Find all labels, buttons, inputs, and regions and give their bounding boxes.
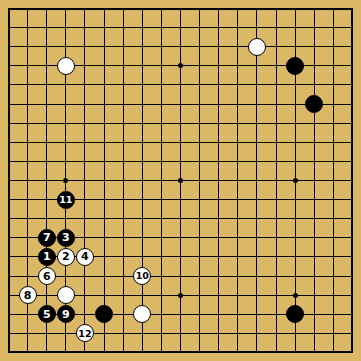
intersection-G16[interactable] (114, 56, 133, 75)
intersection-H16[interactable] (133, 56, 152, 75)
intersection-L1[interactable] (190, 343, 209, 361)
intersection-D8[interactable] (56, 209, 75, 228)
intersection-J2[interactable] (152, 324, 171, 343)
intersection-C5[interactable]: 6 (37, 266, 56, 285)
intersection-P17[interactable] (266, 37, 285, 56)
intersection-M4[interactable] (209, 286, 228, 305)
intersection-F13[interactable] (95, 114, 114, 133)
intersection-D12[interactable] (56, 133, 75, 152)
intersection-E14[interactable] (75, 95, 94, 114)
intersection-J13[interactable] (152, 114, 171, 133)
intersection-T17[interactable] (343, 37, 361, 56)
intersection-F15[interactable] (95, 75, 114, 94)
intersection-S3[interactable] (324, 305, 343, 324)
intersection-C6[interactable]: 1 (37, 247, 56, 266)
intersection-G6[interactable] (114, 247, 133, 266)
intersection-C16[interactable] (37, 56, 56, 75)
intersection-L16[interactable] (190, 56, 209, 75)
intersection-G15[interactable] (114, 75, 133, 94)
intersection-B1[interactable] (18, 343, 37, 361)
stone-white-C5-move-6[interactable]: 6 (38, 267, 56, 285)
intersection-A19[interactable] (0, 0, 18, 18)
intersection-H8[interactable] (133, 209, 152, 228)
intersection-R10[interactable] (305, 171, 324, 190)
stone-black-D7-move-3[interactable]: 3 (57, 229, 75, 247)
intersection-L10[interactable] (190, 171, 209, 190)
intersection-R5[interactable] (305, 266, 324, 285)
stone-white-H3[interactable] (133, 305, 151, 323)
intersection-H9[interactable] (133, 190, 152, 209)
intersection-M13[interactable] (209, 114, 228, 133)
intersection-T3[interactable] (343, 305, 361, 324)
stone-white-O17[interactable] (248, 38, 266, 56)
intersection-P19[interactable] (266, 0, 285, 18)
intersection-K4[interactable] (171, 286, 190, 305)
intersection-J17[interactable] (152, 37, 171, 56)
intersection-R2[interactable] (305, 324, 324, 343)
intersection-O8[interactable] (247, 209, 266, 228)
intersection-B7[interactable] (18, 228, 37, 247)
intersection-R9[interactable] (305, 190, 324, 209)
stone-white-E2-move-12[interactable]: 12 (76, 324, 94, 342)
intersection-C7[interactable]: 7 (37, 228, 56, 247)
intersection-L4[interactable] (190, 286, 209, 305)
stone-black-C6-move-1[interactable]: 1 (38, 248, 56, 266)
intersection-B2[interactable] (18, 324, 37, 343)
intersection-G10[interactable] (114, 171, 133, 190)
intersection-F3[interactable] (95, 305, 114, 324)
intersection-N14[interactable] (228, 95, 247, 114)
intersection-C9[interactable] (37, 190, 56, 209)
intersection-D16[interactable] (56, 56, 75, 75)
intersection-N2[interactable] (228, 324, 247, 343)
intersection-P18[interactable] (266, 18, 285, 37)
intersection-A9[interactable] (0, 190, 18, 209)
intersection-A4[interactable] (0, 286, 18, 305)
intersection-Q18[interactable] (286, 18, 305, 37)
intersection-A11[interactable] (0, 152, 18, 171)
intersection-H6[interactable] (133, 247, 152, 266)
intersection-Q6[interactable] (286, 247, 305, 266)
intersection-H12[interactable] (133, 133, 152, 152)
intersection-J7[interactable] (152, 228, 171, 247)
intersection-L7[interactable] (190, 228, 209, 247)
intersection-A6[interactable] (0, 247, 18, 266)
intersection-G4[interactable] (114, 286, 133, 305)
intersection-S16[interactable] (324, 56, 343, 75)
intersection-F17[interactable] (95, 37, 114, 56)
intersection-J5[interactable] (152, 266, 171, 285)
intersection-F10[interactable] (95, 171, 114, 190)
stone-white-D16[interactable] (57, 57, 75, 75)
intersection-Q13[interactable] (286, 114, 305, 133)
intersection-A2[interactable] (0, 324, 18, 343)
intersection-S10[interactable] (324, 171, 343, 190)
intersection-H13[interactable] (133, 114, 152, 133)
intersection-P16[interactable] (266, 56, 285, 75)
intersection-K16[interactable] (171, 56, 190, 75)
intersection-E13[interactable] (75, 114, 94, 133)
intersection-R15[interactable] (305, 75, 324, 94)
intersection-H15[interactable] (133, 75, 152, 94)
intersection-Q8[interactable] (286, 209, 305, 228)
intersection-G11[interactable] (114, 152, 133, 171)
intersection-N12[interactable] (228, 133, 247, 152)
intersection-O13[interactable] (247, 114, 266, 133)
intersection-T12[interactable] (343, 133, 361, 152)
intersection-T15[interactable] (343, 75, 361, 94)
intersection-D7[interactable]: 3 (56, 228, 75, 247)
intersection-R18[interactable] (305, 18, 324, 37)
intersection-J12[interactable] (152, 133, 171, 152)
intersection-S15[interactable] (324, 75, 343, 94)
intersection-M5[interactable] (209, 266, 228, 285)
intersection-Q19[interactable] (286, 0, 305, 18)
intersection-B9[interactable] (18, 190, 37, 209)
intersection-S19[interactable] (324, 0, 343, 18)
intersection-A8[interactable] (0, 209, 18, 228)
intersection-D2[interactable] (56, 324, 75, 343)
intersection-K13[interactable] (171, 114, 190, 133)
intersection-B12[interactable] (18, 133, 37, 152)
intersection-S1[interactable] (324, 343, 343, 361)
intersection-G2[interactable] (114, 324, 133, 343)
intersection-E19[interactable] (75, 0, 94, 18)
intersection-D13[interactable] (56, 114, 75, 133)
intersection-N13[interactable] (228, 114, 247, 133)
stone-black-Q3[interactable] (286, 305, 304, 323)
intersection-L8[interactable] (190, 209, 209, 228)
intersection-K8[interactable] (171, 209, 190, 228)
intersection-R13[interactable] (305, 114, 324, 133)
intersection-K3[interactable] (171, 305, 190, 324)
intersection-B18[interactable] (18, 18, 37, 37)
intersection-G1[interactable] (114, 343, 133, 361)
intersection-M12[interactable] (209, 133, 228, 152)
intersection-S12[interactable] (324, 133, 343, 152)
stone-white-H5-move-10[interactable]: 10 (133, 267, 151, 285)
intersection-T16[interactable] (343, 56, 361, 75)
intersection-L9[interactable] (190, 190, 209, 209)
intersection-B15[interactable] (18, 75, 37, 94)
intersection-N15[interactable] (228, 75, 247, 94)
intersection-M9[interactable] (209, 190, 228, 209)
intersection-Q10[interactable] (286, 171, 305, 190)
intersection-R7[interactable] (305, 228, 324, 247)
stone-white-D4[interactable] (57, 286, 75, 304)
intersection-K14[interactable] (171, 95, 190, 114)
intersection-Q17[interactable] (286, 37, 305, 56)
intersection-S14[interactable] (324, 95, 343, 114)
intersection-F8[interactable] (95, 209, 114, 228)
intersection-E2[interactable]: 12 (75, 324, 94, 343)
intersection-M17[interactable] (209, 37, 228, 56)
intersection-E1[interactable] (75, 343, 94, 361)
intersection-K15[interactable] (171, 75, 190, 94)
intersection-N6[interactable] (228, 247, 247, 266)
intersection-S8[interactable] (324, 209, 343, 228)
intersection-B13[interactable] (18, 114, 37, 133)
intersection-T14[interactable] (343, 95, 361, 114)
intersection-N7[interactable] (228, 228, 247, 247)
intersection-D10[interactable] (56, 171, 75, 190)
intersection-B17[interactable] (18, 37, 37, 56)
intersection-O14[interactable] (247, 95, 266, 114)
intersection-N8[interactable] (228, 209, 247, 228)
intersection-M16[interactable] (209, 56, 228, 75)
stone-black-R14[interactable] (305, 95, 323, 113)
intersection-K6[interactable] (171, 247, 190, 266)
intersection-M15[interactable] (209, 75, 228, 94)
intersection-L15[interactable] (190, 75, 209, 94)
intersection-D4[interactable] (56, 286, 75, 305)
intersection-M1[interactable] (209, 343, 228, 361)
intersection-D17[interactable] (56, 37, 75, 56)
intersection-D18[interactable] (56, 18, 75, 37)
intersection-A16[interactable] (0, 56, 18, 75)
intersection-J15[interactable] (152, 75, 171, 94)
intersection-G8[interactable] (114, 209, 133, 228)
intersection-E15[interactable] (75, 75, 94, 94)
intersection-D15[interactable] (56, 75, 75, 94)
intersection-G18[interactable] (114, 18, 133, 37)
intersection-O7[interactable] (247, 228, 266, 247)
intersection-F12[interactable] (95, 133, 114, 152)
intersection-J19[interactable] (152, 0, 171, 18)
intersection-H5[interactable]: 10 (133, 266, 152, 285)
intersection-T4[interactable] (343, 286, 361, 305)
intersection-O10[interactable] (247, 171, 266, 190)
intersection-M10[interactable] (209, 171, 228, 190)
intersection-J6[interactable] (152, 247, 171, 266)
intersection-G3[interactable] (114, 305, 133, 324)
stone-white-B4-move-8[interactable]: 8 (19, 286, 37, 304)
intersection-F19[interactable] (95, 0, 114, 18)
intersection-C15[interactable] (37, 75, 56, 94)
intersection-R12[interactable] (305, 133, 324, 152)
intersection-N5[interactable] (228, 266, 247, 285)
intersection-L6[interactable] (190, 247, 209, 266)
intersection-Q4[interactable] (286, 286, 305, 305)
intersection-S6[interactable] (324, 247, 343, 266)
intersection-O11[interactable] (247, 152, 266, 171)
intersection-P9[interactable] (266, 190, 285, 209)
intersection-F18[interactable] (95, 18, 114, 37)
intersection-E16[interactable] (75, 56, 94, 75)
intersection-O16[interactable] (247, 56, 266, 75)
intersection-A5[interactable] (0, 266, 18, 285)
intersection-P3[interactable] (266, 305, 285, 324)
intersection-A12[interactable] (0, 133, 18, 152)
intersection-P4[interactable] (266, 286, 285, 305)
intersection-D3[interactable]: 9 (56, 305, 75, 324)
intersection-J16[interactable] (152, 56, 171, 75)
intersection-Q3[interactable] (286, 305, 305, 324)
intersection-C18[interactable] (37, 18, 56, 37)
intersection-K19[interactable] (171, 0, 190, 18)
intersection-Q7[interactable] (286, 228, 305, 247)
intersection-T6[interactable] (343, 247, 361, 266)
intersection-Q14[interactable] (286, 95, 305, 114)
intersection-F11[interactable] (95, 152, 114, 171)
intersection-R16[interactable] (305, 56, 324, 75)
intersection-M7[interactable] (209, 228, 228, 247)
intersection-N16[interactable] (228, 56, 247, 75)
intersection-E10[interactable] (75, 171, 94, 190)
intersection-O3[interactable] (247, 305, 266, 324)
intersection-L18[interactable] (190, 18, 209, 37)
intersection-L13[interactable] (190, 114, 209, 133)
intersection-M14[interactable] (209, 95, 228, 114)
intersection-L14[interactable] (190, 95, 209, 114)
intersection-J1[interactable] (152, 343, 171, 361)
intersection-C19[interactable] (37, 0, 56, 18)
intersection-B4[interactable]: 8 (18, 286, 37, 305)
intersection-N18[interactable] (228, 18, 247, 37)
intersection-E3[interactable] (75, 305, 94, 324)
intersection-B19[interactable] (18, 0, 37, 18)
intersection-J9[interactable] (152, 190, 171, 209)
intersection-A1[interactable] (0, 343, 18, 361)
intersection-P6[interactable] (266, 247, 285, 266)
intersection-E8[interactable] (75, 209, 94, 228)
intersection-N3[interactable] (228, 305, 247, 324)
intersection-M8[interactable] (209, 209, 228, 228)
intersection-J4[interactable] (152, 286, 171, 305)
intersection-E12[interactable] (75, 133, 94, 152)
intersection-H10[interactable] (133, 171, 152, 190)
intersection-N19[interactable] (228, 0, 247, 18)
intersection-R6[interactable] (305, 247, 324, 266)
intersection-F1[interactable] (95, 343, 114, 361)
intersection-O9[interactable] (247, 190, 266, 209)
intersection-S17[interactable] (324, 37, 343, 56)
intersection-T18[interactable] (343, 18, 361, 37)
intersection-C8[interactable] (37, 209, 56, 228)
intersection-T11[interactable] (343, 152, 361, 171)
intersection-S18[interactable] (324, 18, 343, 37)
intersection-M6[interactable] (209, 247, 228, 266)
intersection-T2[interactable] (343, 324, 361, 343)
stone-white-D6-move-2[interactable]: 2 (57, 248, 75, 266)
intersection-R14[interactable] (305, 95, 324, 114)
intersection-M19[interactable] (209, 0, 228, 18)
intersection-H18[interactable] (133, 18, 152, 37)
intersection-C2[interactable] (37, 324, 56, 343)
intersection-O19[interactable] (247, 0, 266, 18)
intersection-K12[interactable] (171, 133, 190, 152)
intersection-T1[interactable] (343, 343, 361, 361)
intersection-E9[interactable] (75, 190, 94, 209)
intersection-P11[interactable] (266, 152, 285, 171)
intersection-E4[interactable] (75, 286, 94, 305)
intersection-E11[interactable] (75, 152, 94, 171)
stone-black-C3-move-5[interactable]: 5 (38, 305, 56, 323)
intersection-K1[interactable] (171, 343, 190, 361)
intersection-D6[interactable]: 2 (56, 247, 75, 266)
intersection-C11[interactable] (37, 152, 56, 171)
intersection-E6[interactable]: 4 (75, 247, 94, 266)
intersection-D19[interactable] (56, 0, 75, 18)
intersection-S7[interactable] (324, 228, 343, 247)
intersection-L11[interactable] (190, 152, 209, 171)
stone-black-D9-move-11[interactable]: 11 (57, 191, 75, 209)
intersection-H3[interactable] (133, 305, 152, 324)
intersection-K7[interactable] (171, 228, 190, 247)
intersection-B16[interactable] (18, 56, 37, 75)
intersection-M18[interactable] (209, 18, 228, 37)
intersection-C12[interactable] (37, 133, 56, 152)
intersection-H2[interactable] (133, 324, 152, 343)
intersection-P10[interactable] (266, 171, 285, 190)
intersection-B6[interactable] (18, 247, 37, 266)
intersection-N10[interactable] (228, 171, 247, 190)
intersection-S2[interactable] (324, 324, 343, 343)
intersection-L12[interactable] (190, 133, 209, 152)
intersection-P13[interactable] (266, 114, 285, 133)
intersection-J18[interactable] (152, 18, 171, 37)
intersection-B5[interactable] (18, 266, 37, 285)
intersection-G13[interactable] (114, 114, 133, 133)
intersection-P12[interactable] (266, 133, 285, 152)
intersection-P7[interactable] (266, 228, 285, 247)
intersection-G14[interactable] (114, 95, 133, 114)
intersection-P1[interactable] (266, 343, 285, 361)
intersection-Q15[interactable] (286, 75, 305, 94)
intersection-K18[interactable] (171, 18, 190, 37)
intersection-G7[interactable] (114, 228, 133, 247)
intersection-T13[interactable] (343, 114, 361, 133)
intersection-P2[interactable] (266, 324, 285, 343)
intersection-O12[interactable] (247, 133, 266, 152)
intersection-K9[interactable] (171, 190, 190, 209)
stone-white-E6-move-4[interactable]: 4 (76, 248, 94, 266)
intersection-P8[interactable] (266, 209, 285, 228)
intersection-T9[interactable] (343, 190, 361, 209)
intersection-C3[interactable]: 5 (37, 305, 56, 324)
intersection-C13[interactable] (37, 114, 56, 133)
intersection-M2[interactable] (209, 324, 228, 343)
intersection-D14[interactable] (56, 95, 75, 114)
intersection-L5[interactable] (190, 266, 209, 285)
intersection-R4[interactable] (305, 286, 324, 305)
intersection-J3[interactable] (152, 305, 171, 324)
intersection-H11[interactable] (133, 152, 152, 171)
intersection-O6[interactable] (247, 247, 266, 266)
intersection-F14[interactable] (95, 95, 114, 114)
intersection-J14[interactable] (152, 95, 171, 114)
intersection-G12[interactable] (114, 133, 133, 152)
intersection-O4[interactable] (247, 286, 266, 305)
intersection-Q12[interactable] (286, 133, 305, 152)
intersection-G9[interactable] (114, 190, 133, 209)
intersection-S5[interactable] (324, 266, 343, 285)
intersection-T5[interactable] (343, 266, 361, 285)
intersection-R19[interactable] (305, 0, 324, 18)
intersection-F4[interactable] (95, 286, 114, 305)
intersection-K10[interactable] (171, 171, 190, 190)
intersection-N17[interactable] (228, 37, 247, 56)
intersection-A7[interactable] (0, 228, 18, 247)
intersection-S13[interactable] (324, 114, 343, 133)
intersection-S11[interactable] (324, 152, 343, 171)
intersection-P15[interactable] (266, 75, 285, 94)
intersection-P5[interactable] (266, 266, 285, 285)
intersection-N9[interactable] (228, 190, 247, 209)
stone-black-Q16[interactable] (286, 57, 304, 75)
intersection-L17[interactable] (190, 37, 209, 56)
intersection-H19[interactable] (133, 0, 152, 18)
